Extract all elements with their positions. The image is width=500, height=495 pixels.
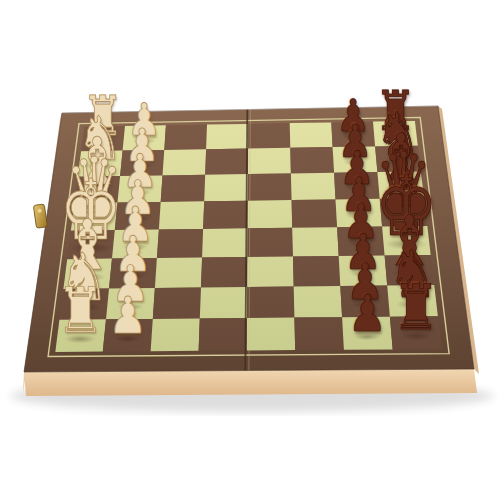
box-front-face — [24, 369, 477, 396]
square-r3c4 — [248, 200, 293, 228]
square-r4c6 — [337, 227, 385, 256]
square-r1c3 — [205, 149, 248, 175]
square-r6c7 — [387, 285, 438, 317]
square-r2c2 — [161, 175, 206, 202]
square-r7c3 — [199, 318, 247, 351]
square-r4c5 — [292, 227, 339, 256]
brass-clasp — [33, 204, 47, 228]
square-r7c1 — [103, 319, 153, 352]
square-r0c1 — [123, 125, 166, 150]
square-r0c0 — [81, 126, 125, 151]
square-r1c6 — [333, 146, 378, 172]
square-r5c6 — [339, 255, 388, 286]
square-r3c6 — [336, 199, 383, 227]
square-r6c0 — [59, 288, 109, 319]
square-r4c0 — [67, 230, 115, 259]
chess-set-product-photo: ♜♟♟♜♞♟♟♞♝♟♟♝♛♟♟♛♚♟♟♚♝♟♟♝♞♟♟♞♜♟♟♜ — [0, 0, 500, 495]
square-r6c5 — [294, 286, 342, 318]
square-r0c7 — [373, 121, 418, 146]
square-r5c0 — [63, 259, 112, 289]
square-r7c5 — [294, 317, 344, 350]
square-r0c6 — [331, 122, 375, 148]
square-r1c7 — [375, 146, 421, 172]
square-r2c7 — [377, 171, 424, 198]
square-r7c4 — [247, 318, 295, 351]
square-r5c3 — [201, 257, 247, 287]
square-r4c3 — [202, 228, 248, 257]
square-r0c3 — [206, 124, 248, 149]
square-r3c7 — [380, 198, 428, 226]
square-r3c0 — [71, 203, 118, 231]
square-r1c4 — [248, 148, 291, 174]
square-r2c0 — [74, 176, 120, 203]
square-r0c2 — [164, 125, 207, 150]
square-r5c4 — [247, 257, 294, 287]
square-r2c1 — [118, 176, 163, 203]
square-r2c4 — [248, 174, 292, 201]
square-r5c7 — [385, 255, 435, 286]
square-r6c6 — [340, 286, 390, 318]
square-r1c2 — [163, 149, 207, 175]
square-r4c1 — [112, 230, 159, 259]
square-r6c3 — [200, 287, 247, 319]
square-r2c5 — [291, 173, 336, 200]
square-r2c3 — [204, 174, 248, 201]
square-r5c2 — [155, 258, 202, 288]
square-r1c1 — [120, 150, 164, 176]
square-r7c0 — [55, 319, 106, 352]
square-r2c6 — [334, 172, 380, 199]
square-r0c5 — [290, 122, 333, 147]
square-r6c2 — [153, 287, 201, 319]
square-r1c5 — [290, 147, 334, 173]
square-r3c1 — [115, 202, 161, 230]
square-r1c0 — [78, 151, 123, 177]
square-r0c4 — [248, 123, 290, 148]
square-r3c5 — [292, 199, 338, 227]
square-r3c3 — [203, 201, 248, 229]
square-r7c2 — [151, 319, 200, 352]
square-r5c1 — [109, 258, 157, 288]
square-r6c4 — [247, 286, 294, 318]
square-r4c2 — [157, 229, 203, 258]
square-r7c7 — [390, 316, 442, 349]
square-r5c5 — [293, 256, 340, 286]
square-r4c7 — [382, 226, 431, 255]
square-r6c1 — [106, 288, 155, 319]
square-r3c2 — [159, 201, 204, 229]
chess-board — [0, 0, 500, 495]
square-r7c6 — [342, 317, 393, 350]
square-r4c4 — [247, 228, 293, 257]
